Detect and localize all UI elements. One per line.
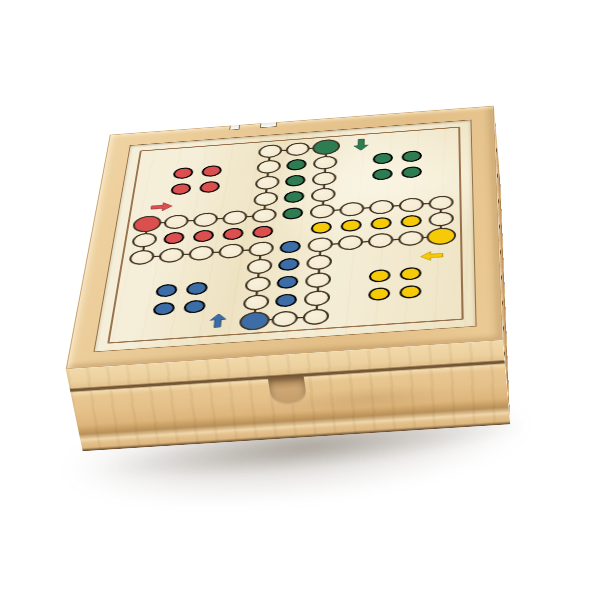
r-start-field [132,215,163,233]
box-lid-top [66,106,503,369]
r-dot [199,181,221,194]
r-dot [251,225,273,238]
track-circle [310,203,335,219]
y-dot [341,219,362,232]
board-field-c7-r8 [304,253,335,273]
b-dot [155,284,178,298]
y-dot [369,269,391,283]
track-circle [428,195,453,211]
g-dot [285,174,306,187]
track-circle [193,212,219,228]
track-circle [308,237,334,253]
g-dot [401,166,422,179]
finger-notch [268,375,308,406]
track-circle [158,247,185,263]
g-dot [373,152,394,165]
board-field-c2-r3 [166,180,197,198]
board-field-c5-r7 [245,240,276,259]
ludo-board [93,120,476,353]
board-field-c6-r7 [275,237,306,256]
y-dot [368,287,390,301]
track-circle [311,187,336,202]
board-field-c10-r6 [396,212,426,231]
y-dot [311,221,333,234]
y-dot [370,217,391,230]
g-dot [284,190,305,203]
track-circle [257,144,282,159]
board-field-c2-r10 [148,298,181,318]
board-field-c9-r9 [364,266,395,286]
track-circle [428,211,453,227]
r-dot [192,230,214,243]
board-field-c10-r3 [397,163,426,181]
board-field-c2-r7 [156,246,188,265]
track-circle [246,258,273,274]
track-circle [339,201,364,217]
g-dot [286,159,307,172]
track-circle [242,294,269,311]
board-field-c11-r5 [426,193,456,212]
g-dot [282,207,304,220]
r-dot [173,167,194,180]
b-dot [185,281,208,295]
back-rim-notch-large [260,122,277,128]
board-field-c3-r7 [185,244,217,263]
track-circle [306,254,332,270]
board-field-c10-r9 [395,264,426,284]
board-field-c7-r7 [305,235,336,254]
track-circle [218,243,245,259]
board-field-c1-r7 [126,248,158,267]
b-dot [277,275,299,289]
camera-roll-stage [59,0,524,463]
track-circle [399,197,424,213]
track-circle [253,191,279,206]
wooden-game-box [66,106,503,369]
track-circle [248,241,274,257]
board-field-c10-r7 [396,229,426,248]
board-field-c5-r8 [243,257,275,277]
board-field-c7-r9 [303,270,335,290]
board-field-c6-r8 [274,255,306,275]
track-circle [272,310,299,327]
track-circle [222,210,248,226]
track-circle [286,142,311,157]
track-circle [256,160,281,175]
board-field-c7-r11 [300,306,332,327]
board-field-c6-r5 [278,204,309,223]
b-dot [278,258,300,272]
r-dot [170,183,192,196]
board-field-c10-r10 [395,282,426,302]
track-circle [251,208,277,224]
perspective-container [59,0,524,463]
track-circle [338,235,364,251]
track-circle [398,231,423,247]
board-field-c3-r9 [181,278,213,298]
board-field-c3-r6 [188,227,220,246]
track-circle [312,171,337,186]
r-dot [201,165,222,178]
board-field-c2-r9 [150,281,183,301]
board-field-c8-r6 [336,216,366,235]
board-field-c6-r11 [269,308,301,329]
board-field-c9-r3 [368,165,397,183]
y-dot [399,267,421,281]
board-field-c5-r10 [240,292,272,312]
track-circle [163,214,189,230]
track-circle [368,233,394,249]
board-field-c11-r7 [426,227,456,246]
board-field-c6-r9 [272,272,304,292]
track-circle [313,155,338,170]
b-dot [153,301,176,315]
board-field-c7-r10 [301,288,333,308]
board-field-c9-r6 [366,214,396,233]
b-dot [183,299,206,313]
board-field-c5-r9 [241,274,273,294]
board-field-c9-r10 [363,284,394,304]
r-dot [163,232,185,245]
track-circle [131,233,158,249]
y-dot [399,285,421,299]
product-photo-scene [0,0,600,600]
g-dot [401,150,421,163]
board-field-c4-r7 [215,242,247,261]
board-field-c2-r6 [158,229,190,248]
board-field-c11-r6 [426,210,456,229]
track-circle [244,276,271,293]
board-field-c3-r3 [194,178,225,196]
board-field-c3-r10 [178,296,211,316]
track-circle [254,175,279,190]
g-dot [372,168,393,181]
y-start-field [426,227,456,246]
board-field-c5-r6 [247,223,278,242]
r-dot [222,228,244,241]
b-start-field [238,311,270,331]
track-circle [369,199,394,215]
track-circle [188,245,215,261]
b-dot [275,293,298,307]
track-circle [305,272,331,289]
board-field-c5-r11 [238,310,271,331]
b-dot [280,240,302,254]
board-field-c7-r6 [306,218,337,237]
board-field-c6-r10 [270,290,302,310]
track-circle [304,290,331,307]
board-field-c4-r6 [217,225,248,244]
board-grid [114,130,457,339]
board-field-c9-r7 [365,231,396,250]
track-circle [303,308,330,325]
back-rim-notch-small [229,125,240,130]
board-field-c8-r7 [335,233,366,252]
track-circle [129,249,156,265]
y-dot [400,215,421,228]
